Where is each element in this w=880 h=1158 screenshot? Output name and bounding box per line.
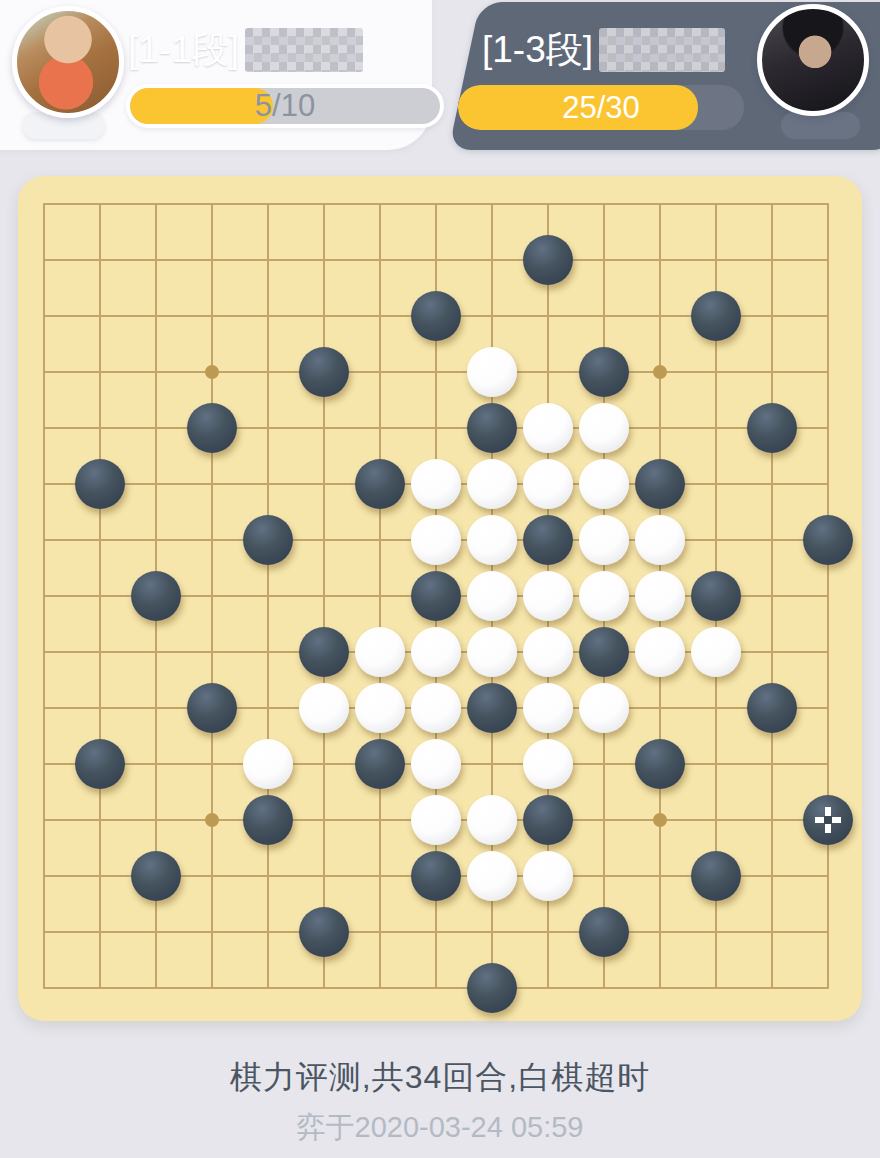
board-point[interactable] (576, 232, 632, 288)
white-stone (635, 627, 685, 677)
board-point[interactable] (184, 232, 240, 288)
board-point[interactable] (744, 176, 800, 232)
board-point[interactable] (128, 232, 184, 288)
board-point[interactable] (72, 736, 128, 792)
board-point[interactable] (632, 232, 688, 288)
board-point[interactable] (184, 288, 240, 344)
board-point[interactable] (800, 568, 856, 624)
board-point[interactable] (72, 400, 128, 456)
game-date-text: 弈于2020-03-24 05:59 (0, 1108, 880, 1148)
board-point[interactable] (632, 456, 688, 512)
white-stone (523, 739, 573, 789)
board-point[interactable] (576, 792, 632, 848)
board-point[interactable] (800, 792, 856, 848)
board-point[interactable] (352, 792, 408, 848)
board-point[interactable] (800, 960, 856, 1016)
black-stone (747, 403, 797, 453)
board-point[interactable] (128, 904, 184, 960)
board-point[interactable] (296, 568, 352, 624)
board-point[interactable] (296, 232, 352, 288)
black-stone (467, 683, 517, 733)
board-point[interactable] (184, 680, 240, 736)
left-player-rank: [1-1段] (128, 28, 239, 72)
board-point[interactable] (128, 456, 184, 512)
black-stone (355, 459, 405, 509)
board-point[interactable] (352, 176, 408, 232)
board-point[interactable] (72, 456, 128, 512)
right-player-progress-bar: 25/30 (458, 85, 744, 130)
board-point[interactable] (240, 624, 296, 680)
board-point[interactable] (72, 512, 128, 568)
board-point[interactable] (688, 400, 744, 456)
board-point[interactable] (72, 568, 128, 624)
board-point[interactable] (688, 456, 744, 512)
board-point[interactable] (184, 400, 240, 456)
board-point[interactable] (576, 680, 632, 736)
white-stone (523, 571, 573, 621)
white-stone (467, 627, 517, 677)
black-stone (243, 515, 293, 565)
black-stone (467, 963, 517, 1013)
board-point[interactable] (576, 568, 632, 624)
black-stone (523, 235, 573, 285)
board-point[interactable] (72, 624, 128, 680)
board-point[interactable] (352, 680, 408, 736)
white-stone (635, 515, 685, 565)
white-stone (411, 795, 461, 845)
board-point[interactable] (240, 232, 296, 288)
board-point[interactable] (688, 736, 744, 792)
board-point[interactable] (632, 960, 688, 1016)
black-stone (803, 795, 853, 845)
board-point[interactable] (688, 344, 744, 400)
board-point[interactable] (576, 400, 632, 456)
board-point[interactable] (744, 288, 800, 344)
board-point[interactable] (800, 232, 856, 288)
board-point[interactable] (408, 792, 464, 848)
board-point[interactable] (72, 288, 128, 344)
board-point[interactable] (632, 400, 688, 456)
black-stone (747, 683, 797, 733)
game-summary: 棋力评测,共34回合,白棋超时 弈于2020-03-24 05:59 (0, 1056, 880, 1148)
board-point[interactable] (408, 400, 464, 456)
black-stone (579, 627, 629, 677)
board-point[interactable] (352, 512, 408, 568)
board-point[interactable] (72, 344, 128, 400)
board-point[interactable] (240, 456, 296, 512)
board-point[interactable] (520, 568, 576, 624)
board-point[interactable] (520, 400, 576, 456)
white-stone (411, 739, 461, 789)
black-stone (635, 459, 685, 509)
board-point[interactable] (16, 568, 72, 624)
board-point[interactable] (352, 960, 408, 1016)
white-stone (299, 683, 349, 733)
black-stone (355, 739, 405, 789)
board-point[interactable] (296, 736, 352, 792)
board-point[interactable] (408, 568, 464, 624)
board-point[interactable] (16, 456, 72, 512)
board-point[interactable] (520, 792, 576, 848)
board-point[interactable] (184, 512, 240, 568)
white-stone (523, 459, 573, 509)
black-stone (411, 851, 461, 901)
board-point[interactable] (800, 736, 856, 792)
board-point[interactable] (408, 904, 464, 960)
white-stone (467, 347, 517, 397)
board-point[interactable] (576, 904, 632, 960)
board-point[interactable] (408, 736, 464, 792)
board-point[interactable] (128, 400, 184, 456)
white-stone (467, 851, 517, 901)
board-point[interactable] (72, 792, 128, 848)
board-point[interactable] (744, 568, 800, 624)
board-point[interactable] (464, 232, 520, 288)
board-point[interactable] (800, 400, 856, 456)
black-stone (523, 795, 573, 845)
board-point[interactable] (800, 456, 856, 512)
black-stone (187, 403, 237, 453)
left-progress-label: 5/10 (130, 88, 440, 124)
board-point[interactable] (408, 288, 464, 344)
board-point[interactable] (16, 288, 72, 344)
board-point[interactable] (800, 176, 856, 232)
board-point[interactable] (520, 288, 576, 344)
black-stone (131, 851, 181, 901)
board-point[interactable] (744, 232, 800, 288)
right-player-avatar[interactable] (757, 4, 869, 116)
black-stone (75, 739, 125, 789)
board-point[interactable] (296, 288, 352, 344)
board-point[interactable] (16, 680, 72, 736)
black-stone (411, 291, 461, 341)
board-point[interactable] (408, 680, 464, 736)
board-point[interactable] (184, 624, 240, 680)
white-stone (411, 459, 461, 509)
board-point[interactable] (520, 624, 576, 680)
board-point[interactable] (352, 904, 408, 960)
board-point[interactable] (352, 456, 408, 512)
board-point[interactable] (16, 624, 72, 680)
board-point[interactable] (800, 904, 856, 960)
board-point[interactable] (296, 512, 352, 568)
board-point[interactable] (240, 680, 296, 736)
white-stone (355, 683, 405, 733)
board-point[interactable] (800, 512, 856, 568)
board-point[interactable] (464, 848, 520, 904)
board-point[interactable] (688, 904, 744, 960)
board-point[interactable] (16, 960, 72, 1016)
board-point[interactable] (352, 736, 408, 792)
board-point[interactable] (408, 176, 464, 232)
board-point[interactable] (128, 512, 184, 568)
board-point[interactable] (464, 288, 520, 344)
black-stone (131, 571, 181, 621)
board-point[interactable] (296, 344, 352, 400)
board-point[interactable] (576, 960, 632, 1016)
board-point[interactable] (408, 344, 464, 400)
board-point[interactable] (520, 232, 576, 288)
board-point[interactable] (576, 736, 632, 792)
board-point[interactable] (128, 960, 184, 1016)
board-point[interactable] (72, 904, 128, 960)
board-point[interactable] (632, 568, 688, 624)
white-stone (467, 459, 517, 509)
board-point[interactable] (296, 624, 352, 680)
board-point[interactable] (632, 176, 688, 232)
board-point[interactable] (240, 288, 296, 344)
board-point[interactable] (240, 568, 296, 624)
black-stone (803, 515, 853, 565)
black-stone (75, 459, 125, 509)
board-point[interactable] (464, 680, 520, 736)
board-point[interactable] (464, 512, 520, 568)
board-point[interactable] (408, 512, 464, 568)
board-point[interactable] (184, 848, 240, 904)
white-stone (523, 403, 573, 453)
board-point[interactable] (72, 176, 128, 232)
board-point[interactable] (688, 848, 744, 904)
right-progress-label: 25/30 (458, 85, 744, 130)
board-point[interactable] (296, 176, 352, 232)
last-move-crosshair-icon (803, 795, 853, 845)
board-point[interactable] (128, 680, 184, 736)
board-point[interactable] (16, 736, 72, 792)
board-point[interactable] (800, 680, 856, 736)
board-point[interactable] (408, 624, 464, 680)
board-point[interactable] (128, 288, 184, 344)
board-point[interactable] (520, 680, 576, 736)
board-point[interactable] (16, 792, 72, 848)
board-point[interactable] (72, 232, 128, 288)
board-point[interactable] (240, 176, 296, 232)
board-point[interactable] (240, 904, 296, 960)
board-point[interactable] (16, 848, 72, 904)
white-stone (523, 683, 573, 733)
board-point[interactable] (464, 176, 520, 232)
board-point[interactable] (128, 568, 184, 624)
board-point[interactable] (744, 792, 800, 848)
right-player-censored-name (599, 28, 725, 72)
white-stone (411, 683, 461, 733)
board-point[interactable] (240, 792, 296, 848)
board-point[interactable] (464, 456, 520, 512)
left-player-avatar[interactable] (12, 6, 124, 118)
board-point[interactable] (576, 624, 632, 680)
right-avatar-tab (781, 112, 860, 139)
board-point[interactable] (240, 400, 296, 456)
board-point[interactable] (800, 344, 856, 400)
board-point[interactable] (576, 344, 632, 400)
board-point[interactable] (744, 680, 800, 736)
board-point[interactable] (296, 960, 352, 1016)
board-point[interactable] (464, 904, 520, 960)
board-point[interactable] (184, 792, 240, 848)
board-point[interactable] (800, 288, 856, 344)
board-point[interactable] (296, 400, 352, 456)
board-point[interactable] (128, 792, 184, 848)
board-point[interactable] (128, 624, 184, 680)
board-point[interactable] (576, 456, 632, 512)
white-stone (579, 515, 629, 565)
board-point[interactable] (520, 456, 576, 512)
white-stone (579, 403, 629, 453)
white-stone (467, 515, 517, 565)
board-point[interactable] (744, 400, 800, 456)
board-point[interactable] (464, 960, 520, 1016)
board-point[interactable] (184, 456, 240, 512)
white-stone (579, 571, 629, 621)
board-point[interactable] (688, 288, 744, 344)
board-point[interactable] (352, 624, 408, 680)
board-point[interactable] (184, 176, 240, 232)
board-point[interactable] (576, 288, 632, 344)
board-point[interactable] (464, 624, 520, 680)
board-point[interactable] (184, 904, 240, 960)
board-point[interactable] (632, 904, 688, 960)
black-stone (523, 515, 573, 565)
white-stone (523, 851, 573, 901)
board-point[interactable] (464, 568, 520, 624)
board-point[interactable] (16, 904, 72, 960)
board-point[interactable] (408, 960, 464, 1016)
board-point[interactable] (296, 680, 352, 736)
board-point[interactable] (632, 288, 688, 344)
board-point[interactable] (296, 792, 352, 848)
board-point[interactable] (632, 624, 688, 680)
board-point[interactable] (688, 176, 744, 232)
board-point[interactable] (688, 792, 744, 848)
board-point[interactable] (520, 736, 576, 792)
board-point[interactable] (16, 512, 72, 568)
board-point[interactable] (520, 904, 576, 960)
black-stone (579, 907, 629, 957)
board-point[interactable] (688, 232, 744, 288)
right-player-rank: [1-3段] (482, 28, 593, 72)
board-point[interactable] (240, 512, 296, 568)
board-point[interactable] (800, 624, 856, 680)
board-point[interactable] (128, 736, 184, 792)
board-point[interactable] (184, 736, 240, 792)
board-point[interactable] (240, 736, 296, 792)
board-point[interactable] (688, 568, 744, 624)
black-stone (691, 291, 741, 341)
board-point[interactable] (800, 848, 856, 904)
board-point[interactable] (520, 512, 576, 568)
board-point[interactable] (240, 344, 296, 400)
board-point[interactable] (464, 344, 520, 400)
board-point[interactable] (184, 568, 240, 624)
board-point[interactable] (352, 848, 408, 904)
board-point[interactable] (352, 232, 408, 288)
result-text: 棋力评测,共34回合,白棋超时 (0, 1056, 880, 1100)
board-point[interactable] (296, 848, 352, 904)
board-point[interactable] (744, 624, 800, 680)
board-point[interactable] (688, 960, 744, 1016)
board-point[interactable] (128, 176, 184, 232)
black-stone (691, 571, 741, 621)
board-point[interactable] (688, 624, 744, 680)
board-point[interactable] (352, 568, 408, 624)
board-point[interactable] (520, 176, 576, 232)
board-point[interactable] (520, 848, 576, 904)
white-stone (467, 795, 517, 845)
board-point[interactable] (184, 960, 240, 1016)
white-stone (523, 627, 573, 677)
white-stone (411, 515, 461, 565)
board-point[interactable] (352, 344, 408, 400)
board-point[interactable] (72, 680, 128, 736)
board-point[interactable] (240, 848, 296, 904)
board-point[interactable] (744, 736, 800, 792)
white-stone (355, 627, 405, 677)
board-point[interactable] (688, 512, 744, 568)
board-point[interactable] (744, 344, 800, 400)
board-point[interactable] (632, 848, 688, 904)
board-point[interactable] (408, 232, 464, 288)
left-player-censored-name (245, 28, 363, 72)
board-point[interactable] (464, 736, 520, 792)
board-point[interactable] (744, 512, 800, 568)
board-point[interactable] (632, 680, 688, 736)
left-player-progress-bar: 5/10 (126, 84, 444, 128)
board-point[interactable] (744, 960, 800, 1016)
board-point[interactable] (352, 288, 408, 344)
board-point[interactable] (184, 344, 240, 400)
board-point[interactable] (128, 344, 184, 400)
board-point[interactable] (240, 960, 296, 1016)
board-point[interactable] (408, 456, 464, 512)
board-point[interactable] (576, 848, 632, 904)
match-header: [1-1段] 5/10 [1-3段] 25/30 (0, 0, 880, 152)
board-point[interactable] (744, 848, 800, 904)
white-stone (411, 627, 461, 677)
board-point[interactable] (72, 848, 128, 904)
white-stone (635, 571, 685, 621)
board-point[interactable] (72, 960, 128, 1016)
board-point[interactable] (688, 680, 744, 736)
board-point[interactable] (520, 960, 576, 1016)
board-point[interactable] (632, 792, 688, 848)
board-point[interactable] (632, 512, 688, 568)
board-point[interactable] (16, 344, 72, 400)
board-point[interactable] (16, 232, 72, 288)
board-point[interactable] (632, 344, 688, 400)
black-stone (635, 739, 685, 789)
board-point[interactable] (352, 400, 408, 456)
board-point[interactable] (744, 904, 800, 960)
board-point[interactable] (16, 400, 72, 456)
board-point[interactable] (296, 904, 352, 960)
board-point[interactable] (464, 400, 520, 456)
white-stone (467, 571, 517, 621)
black-stone (299, 347, 349, 397)
board-point[interactable] (128, 848, 184, 904)
board-point[interactable] (16, 176, 72, 232)
board-point[interactable] (744, 456, 800, 512)
black-stone (467, 403, 517, 453)
board-point[interactable] (520, 344, 576, 400)
white-stone (579, 459, 629, 509)
white-stone (691, 627, 741, 677)
board-point[interactable] (408, 848, 464, 904)
board-point[interactable] (576, 176, 632, 232)
board-point[interactable] (576, 512, 632, 568)
board-points-grid (16, 176, 856, 1016)
board-point[interactable] (296, 456, 352, 512)
board-point[interactable] (632, 736, 688, 792)
board-point[interactable] (464, 792, 520, 848)
